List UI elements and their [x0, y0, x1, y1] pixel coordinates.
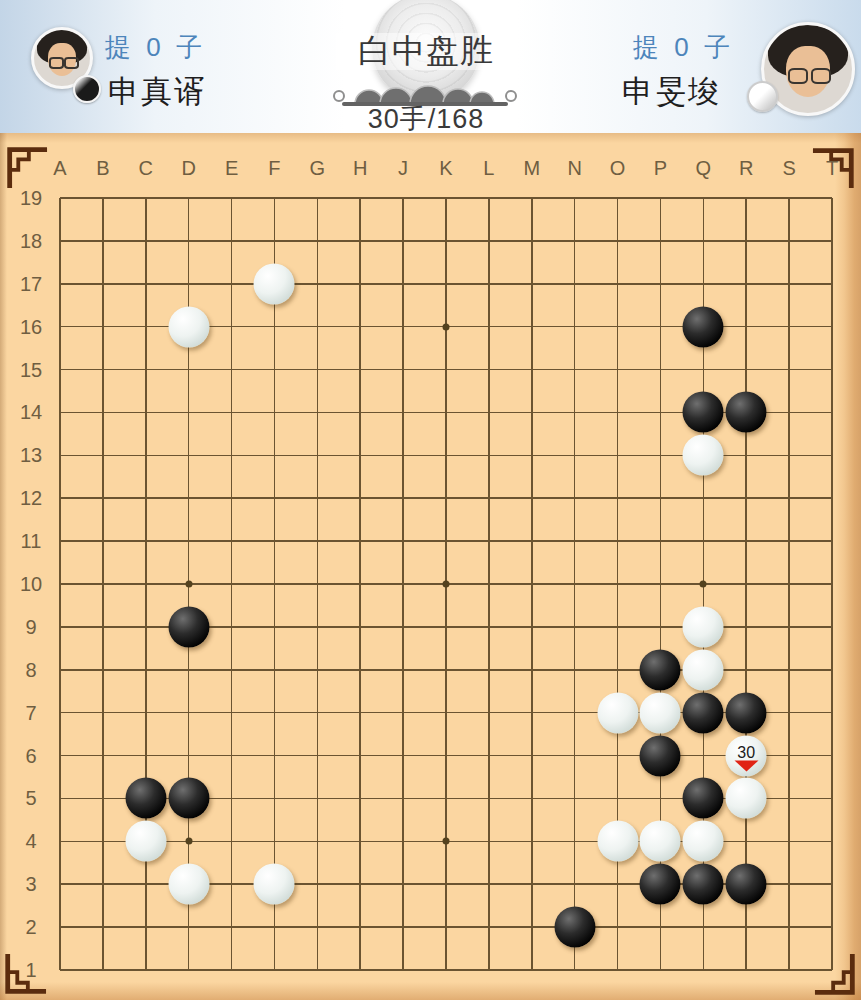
last-move-arrow-icon — [734, 760, 758, 771]
row-label-19: 19 — [20, 187, 42, 210]
grid-line-vertical — [574, 198, 576, 970]
row-label-13: 13 — [20, 444, 42, 467]
star-point-K10 — [443, 581, 450, 588]
col-label-E: E — [225, 157, 238, 180]
row-label-4: 4 — [25, 830, 36, 853]
move-counter: 30手/168 — [336, 101, 516, 137]
right-player-name: 申旻埈 — [622, 71, 721, 113]
stone-white-O4 — [597, 821, 638, 862]
row-label-18: 18 — [20, 229, 42, 252]
left-player-avatar — [31, 27, 93, 89]
stone-black-Q7 — [683, 692, 724, 733]
row-label-7: 7 — [25, 701, 36, 724]
grid-line-vertical — [488, 198, 490, 970]
grid-line-vertical — [531, 198, 533, 970]
go-app-screen: 提 0 子 申真谞 白中盘胜 30手/168 提 0 子 申旻埈 — [0, 0, 861, 1000]
board-edge-right — [835, 133, 861, 1000]
stone-white-Q9 — [683, 606, 724, 647]
star-point-Q10 — [700, 581, 707, 588]
col-label-B: B — [96, 157, 109, 180]
stone-black-P8 — [640, 649, 681, 690]
board-edge-top — [0, 133, 861, 143]
header: 提 0 子 申真谞 白中盘胜 30手/168 提 0 子 申旻埈 — [0, 0, 861, 133]
col-label-M: M — [523, 157, 540, 180]
board-edge-bottom — [0, 982, 861, 1000]
stone-white-P4 — [640, 821, 681, 862]
stone-white-R6-last-move: 30 — [726, 735, 767, 776]
go-board[interactable]: A19B18C17D16E15F14G13H12J11K10L9M8N7O6P5… — [0, 133, 861, 1000]
row-label-1: 1 — [25, 959, 36, 982]
stone-black-P3 — [640, 864, 681, 905]
col-label-C: C — [139, 157, 153, 180]
row-label-14: 14 — [20, 401, 42, 424]
right-player-avatar — [761, 22, 855, 116]
star-point-K4 — [443, 838, 450, 845]
stone-white-F17 — [254, 263, 295, 304]
col-label-G: G — [310, 157, 326, 180]
grid-line-horizontal — [60, 755, 832, 757]
result-text: 白中盘胜 — [336, 33, 516, 70]
stone-white-R5 — [726, 778, 767, 819]
stone-white-Q4 — [683, 821, 724, 862]
star-point-D10 — [185, 581, 192, 588]
row-label-12: 12 — [20, 487, 42, 510]
row-label-6: 6 — [25, 744, 36, 767]
stone-black-Q3 — [683, 864, 724, 905]
stone-black-R3 — [726, 864, 767, 905]
grid-line-vertical — [745, 198, 747, 970]
left-player-name: 申真谞 — [108, 71, 207, 113]
col-label-S: S — [782, 157, 795, 180]
corner-ornament-bottom-right-icon — [814, 953, 860, 999]
star-point-K16 — [443, 323, 450, 330]
row-label-8: 8 — [25, 658, 36, 681]
stone-black-R7 — [726, 692, 767, 733]
corner-ornament-top-left-icon — [2, 143, 48, 189]
col-label-H: H — [353, 157, 367, 180]
col-label-O: O — [610, 157, 626, 180]
stone-black-R14 — [726, 392, 767, 433]
row-label-10: 10 — [20, 573, 42, 596]
right-player-captures: 提 0 子 — [633, 30, 734, 65]
row-label-11: 11 — [21, 530, 42, 553]
col-label-F: F — [268, 157, 280, 180]
white-stone-badge-icon — [747, 81, 778, 112]
col-label-K: K — [439, 157, 452, 180]
row-label-17: 17 — [20, 272, 42, 295]
stone-black-Q16 — [683, 306, 724, 347]
stone-black-P6 — [640, 735, 681, 776]
grid-line-vertical — [788, 198, 790, 970]
row-label-3: 3 — [25, 873, 36, 896]
row-label-5: 5 — [25, 787, 36, 810]
board-edge-left — [0, 133, 7, 1000]
row-label-2: 2 — [25, 916, 36, 939]
stone-white-F3 — [254, 864, 295, 905]
grid-line-horizontal — [60, 969, 832, 971]
col-label-A: A — [53, 157, 66, 180]
stone-white-Q8 — [683, 649, 724, 690]
stone-black-Q5 — [683, 778, 724, 819]
stone-black-D5 — [168, 778, 209, 819]
black-stone-badge-icon — [73, 75, 101, 103]
result-banner: 白中盘胜 — [336, 33, 516, 70]
stone-white-D16 — [168, 306, 209, 347]
star-point-D4 — [185, 838, 192, 845]
left-player-captures: 提 0 子 — [105, 30, 206, 65]
stone-white-Q13 — [683, 435, 724, 476]
col-label-N: N — [567, 157, 581, 180]
col-label-R: R — [739, 157, 753, 180]
row-label-9: 9 — [25, 615, 36, 638]
grid-line-vertical — [831, 198, 833, 970]
last-move-number: 30 — [737, 744, 755, 760]
col-label-P: P — [654, 157, 667, 180]
stone-black-C5 — [125, 778, 166, 819]
stone-black-D9 — [168, 606, 209, 647]
corner-ornament-bottom-left-icon — [1, 953, 47, 999]
col-label-T: T — [826, 157, 838, 180]
stone-white-O7 — [597, 692, 638, 733]
stone-white-C4 — [125, 821, 166, 862]
stone-black-N2 — [554, 907, 595, 948]
stone-white-P7 — [640, 692, 681, 733]
grid-line-horizontal — [60, 926, 832, 928]
row-label-16: 16 — [20, 315, 42, 338]
row-label-15: 15 — [20, 358, 42, 381]
right-player-glasses — [788, 68, 809, 83]
col-label-J: J — [398, 157, 408, 180]
col-label-D: D — [181, 157, 195, 180]
col-label-Q: Q — [696, 157, 712, 180]
stone-white-D3 — [168, 864, 209, 905]
left-player-glasses — [49, 57, 64, 68]
col-label-L: L — [483, 157, 494, 180]
stone-black-Q14 — [683, 392, 724, 433]
